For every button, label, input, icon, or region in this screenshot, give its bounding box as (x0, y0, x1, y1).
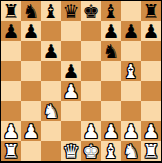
square-f2[interactable]: ♟ (101, 121, 121, 141)
square-e2[interactable]: ♟ (81, 121, 101, 141)
square-a7[interactable]: ♟ (1, 21, 21, 41)
square-f1[interactable]: ♝ (101, 141, 121, 161)
square-g6[interactable] (121, 41, 141, 61)
square-a6[interactable] (1, 41, 21, 61)
square-b4[interactable] (21, 81, 41, 101)
square-c8[interactable]: ♝ (41, 1, 61, 21)
square-b8[interactable]: ♞ (21, 1, 41, 21)
black-pawn[interactable]: ♟ (22, 21, 39, 41)
white-rook[interactable]: ♜ (142, 141, 159, 161)
white-pawn[interactable]: ♟ (122, 121, 139, 141)
square-e6[interactable] (81, 41, 101, 61)
square-h6[interactable] (141, 41, 161, 61)
square-f8[interactable]: ♝ (101, 1, 121, 21)
square-h5[interactable] (141, 61, 161, 81)
white-king[interactable]: ♚ (82, 141, 99, 161)
square-g8[interactable] (121, 1, 141, 21)
white-pawn[interactable]: ♟ (102, 121, 119, 141)
square-a5[interactable] (1, 61, 21, 81)
square-h7[interactable]: ♟ (141, 21, 161, 41)
square-f3[interactable] (101, 101, 121, 121)
square-c6[interactable]: ♟ (41, 41, 61, 61)
black-rook[interactable]: ♜ (2, 1, 19, 21)
black-pawn[interactable]: ♟ (42, 41, 59, 61)
square-b7[interactable]: ♟ (21, 21, 41, 41)
square-h4[interactable] (141, 81, 161, 101)
square-h1[interactable]: ♜ (141, 141, 161, 161)
square-c5[interactable] (41, 61, 61, 81)
square-h3[interactable] (141, 101, 161, 121)
square-e7[interactable] (81, 21, 101, 41)
square-f6[interactable]: ♞ (101, 41, 121, 61)
black-queen[interactable]: ♛ (62, 1, 79, 21)
square-e5[interactable] (81, 61, 101, 81)
black-knight[interactable]: ♞ (102, 41, 119, 61)
chess-board-frame: ♜♞♝♛♚♝♜♟♟♟♟♟♟♞♟♝♟♞♟♟♟♟♟♟♜♛♚♝♞♜ (0, 1, 162, 163)
square-d1[interactable]: ♛ (61, 141, 81, 161)
black-bishop[interactable]: ♝ (102, 1, 119, 21)
square-d6[interactable] (61, 41, 81, 61)
square-e4[interactable] (81, 81, 101, 101)
black-bishop[interactable]: ♝ (42, 1, 59, 21)
square-e3[interactable] (81, 101, 101, 121)
square-h2[interactable]: ♟ (141, 121, 161, 141)
white-pawn[interactable]: ♟ (82, 121, 99, 141)
square-d2[interactable] (61, 121, 81, 141)
square-g7[interactable]: ♟ (121, 21, 141, 41)
square-d8[interactable]: ♛ (61, 1, 81, 21)
square-f4[interactable] (101, 81, 121, 101)
black-knight[interactable]: ♞ (22, 1, 39, 21)
square-g2[interactable]: ♟ (121, 121, 141, 141)
white-pawn[interactable]: ♟ (142, 121, 159, 141)
white-bishop[interactable]: ♝ (102, 141, 119, 161)
square-c7[interactable] (41, 21, 61, 41)
square-a1[interactable]: ♜ (1, 141, 21, 161)
white-pawn[interactable]: ♟ (22, 121, 39, 141)
white-knight[interactable]: ♞ (42, 101, 59, 121)
square-b1[interactable] (21, 141, 41, 161)
square-d7[interactable] (61, 21, 81, 41)
square-d3[interactable] (61, 101, 81, 121)
square-c4[interactable] (41, 81, 61, 101)
square-g1[interactable]: ♞ (121, 141, 141, 161)
square-a2[interactable]: ♟ (1, 121, 21, 141)
white-queen[interactable]: ♛ (62, 141, 79, 161)
square-b6[interactable] (21, 41, 41, 61)
square-c2[interactable] (41, 121, 61, 141)
chess-board: ♜♞♝♛♚♝♜♟♟♟♟♟♟♞♟♝♟♞♟♟♟♟♟♟♜♛♚♝♞♜ (1, 1, 161, 161)
square-a4[interactable] (1, 81, 21, 101)
black-pawn[interactable]: ♟ (102, 21, 119, 41)
square-f7[interactable]: ♟ (101, 21, 121, 41)
white-knight[interactable]: ♞ (122, 141, 139, 161)
square-c3[interactable]: ♞ (41, 101, 61, 121)
white-rook[interactable]: ♜ (2, 141, 19, 161)
square-a8[interactable]: ♜ (1, 1, 21, 21)
square-f5[interactable] (101, 61, 121, 81)
square-b5[interactable] (21, 61, 41, 81)
square-b2[interactable]: ♟ (21, 121, 41, 141)
square-e8[interactable]: ♚ (81, 1, 101, 21)
square-d4[interactable]: ♟ (61, 81, 81, 101)
white-pawn[interactable]: ♟ (62, 81, 79, 101)
black-pawn[interactable]: ♟ (2, 21, 19, 41)
black-pawn[interactable]: ♟ (122, 21, 139, 41)
square-e1[interactable]: ♚ (81, 141, 101, 161)
black-pawn[interactable]: ♟ (62, 61, 79, 81)
square-g3[interactable] (121, 101, 141, 121)
square-b3[interactable] (21, 101, 41, 121)
white-pawn[interactable]: ♟ (2, 121, 19, 141)
black-king[interactable]: ♚ (82, 1, 99, 21)
square-d5[interactable]: ♟ (61, 61, 81, 81)
white-bishop[interactable]: ♝ (122, 61, 139, 81)
square-g5[interactable]: ♝ (121, 61, 141, 81)
black-rook[interactable]: ♜ (142, 1, 159, 21)
square-c1[interactable] (41, 141, 61, 161)
square-g4[interactable] (121, 81, 141, 101)
black-pawn[interactable]: ♟ (142, 21, 159, 41)
square-a3[interactable] (1, 101, 21, 121)
square-h8[interactable]: ♜ (141, 1, 161, 21)
